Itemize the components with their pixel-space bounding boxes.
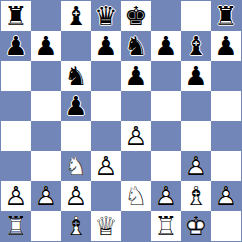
square-b2[interactable]: ♟♙: [31, 181, 61, 211]
square-h1[interactable]: [211, 211, 241, 241]
white-rook-a1: ♜♖: [1, 211, 31, 241]
square-g8[interactable]: [181, 1, 211, 31]
square-c1[interactable]: ♝♗: [61, 211, 91, 241]
white-pawn-f2: ♟♙: [151, 181, 181, 211]
square-c7[interactable]: [61, 31, 91, 61]
square-e7[interactable]: ♞: [121, 31, 151, 61]
square-h3[interactable]: [211, 151, 241, 181]
white-bishop-g2: ♝♗: [181, 181, 211, 211]
black-rook-a8: ♜: [1, 1, 31, 31]
square-f7[interactable]: ♟: [151, 31, 181, 61]
white-pawn-b2: ♟♙: [31, 181, 61, 211]
square-g1[interactable]: ♚♔: [181, 211, 211, 241]
square-d3[interactable]: ♟♙: [91, 151, 121, 181]
black-bishop-g7: ♝: [181, 31, 211, 61]
white-knight-e2: ♞♘: [121, 181, 151, 211]
square-d2[interactable]: [91, 181, 121, 211]
square-e3[interactable]: [121, 151, 151, 181]
black-pawn-g6: ♟: [181, 61, 211, 91]
square-c5[interactable]: ♟: [61, 91, 91, 121]
white-pawn-a2: ♟♙: [1, 181, 31, 211]
square-a6[interactable]: [1, 61, 31, 91]
square-e5[interactable]: [121, 91, 151, 121]
square-e6[interactable]: ♟: [121, 61, 151, 91]
black-pawn-e6: ♟: [121, 61, 151, 91]
square-c4[interactable]: [61, 121, 91, 151]
square-h7[interactable]: ♟: [211, 31, 241, 61]
square-c3[interactable]: ♞♘: [61, 151, 91, 181]
square-e2[interactable]: ♞♘: [121, 181, 151, 211]
square-h8[interactable]: ♜: [211, 1, 241, 31]
white-pawn-h2: ♟♙: [211, 181, 241, 211]
square-g7[interactable]: ♝: [181, 31, 211, 61]
square-e4[interactable]: ♟♙: [121, 121, 151, 151]
white-pawn-c2: ♟♙: [61, 181, 91, 211]
black-king-e8: ♚: [121, 1, 151, 31]
white-queen-d1: ♛♕: [91, 211, 121, 241]
square-a5[interactable]: [1, 91, 31, 121]
square-f3[interactable]: [151, 151, 181, 181]
black-rook-h8: ♜: [211, 1, 241, 31]
white-king-g1: ♚♔: [181, 211, 211, 241]
black-pawn-h7: ♟: [211, 31, 241, 61]
black-pawn-f7: ♟: [151, 31, 181, 61]
square-g4[interactable]: [181, 121, 211, 151]
square-a1[interactable]: ♜♖: [1, 211, 31, 241]
black-knight-c6: ♞: [61, 61, 91, 91]
square-c8[interactable]: ♝: [61, 1, 91, 31]
square-f2[interactable]: ♟♙: [151, 181, 181, 211]
white-bishop-c1: ♝♗: [61, 211, 91, 241]
square-e8[interactable]: ♚: [121, 1, 151, 31]
square-b5[interactable]: [31, 91, 61, 121]
square-f6[interactable]: [151, 61, 181, 91]
black-pawn-c5: ♟: [61, 91, 91, 121]
square-h5[interactable]: [211, 91, 241, 121]
white-pawn-d3: ♟♙: [91, 151, 121, 181]
white-knight-c3: ♞♘: [61, 151, 91, 181]
square-h6[interactable]: [211, 61, 241, 91]
square-a2[interactable]: ♟♙: [1, 181, 31, 211]
square-g6[interactable]: ♟: [181, 61, 211, 91]
square-g5[interactable]: [181, 91, 211, 121]
square-d7[interactable]: ♟: [91, 31, 121, 61]
square-c2[interactable]: ♟♙: [61, 181, 91, 211]
square-f4[interactable]: [151, 121, 181, 151]
square-c6[interactable]: ♞: [61, 61, 91, 91]
square-h2[interactable]: ♟♙: [211, 181, 241, 211]
square-b8[interactable]: [31, 1, 61, 31]
black-queen-d8: ♛: [91, 1, 121, 31]
square-d4[interactable]: [91, 121, 121, 151]
square-d8[interactable]: ♛: [91, 1, 121, 31]
chess-board: ♜♝♛♚♜♟♟♟♞♟♝♟♞♟♟♟♟♙♞♘♟♙♟♙♟♙♟♙♟♙♞♘♟♙♝♗♟♙♜♖…: [0, 0, 242, 242]
black-pawn-d7: ♟: [91, 31, 121, 61]
square-b4[interactable]: [31, 121, 61, 151]
black-bishop-c8: ♝: [61, 1, 91, 31]
square-b3[interactable]: [31, 151, 61, 181]
white-rook-f1: ♜♖: [151, 211, 181, 241]
square-a4[interactable]: [1, 121, 31, 151]
black-pawn-b7: ♟: [31, 31, 61, 61]
square-a7[interactable]: ♟: [1, 31, 31, 61]
square-b1[interactable]: [31, 211, 61, 241]
square-f5[interactable]: [151, 91, 181, 121]
white-pawn-g3: ♟♙: [181, 151, 211, 181]
square-f8[interactable]: [151, 1, 181, 31]
square-b6[interactable]: [31, 61, 61, 91]
square-e1[interactable]: [121, 211, 151, 241]
square-a8[interactable]: ♜: [1, 1, 31, 31]
square-h4[interactable]: [211, 121, 241, 151]
square-g3[interactable]: ♟♙: [181, 151, 211, 181]
square-d6[interactable]: [91, 61, 121, 91]
square-d5[interactable]: [91, 91, 121, 121]
black-knight-e7: ♞: [121, 31, 151, 61]
black-pawn-a7: ♟: [1, 31, 31, 61]
square-b7[interactable]: ♟: [31, 31, 61, 61]
square-a3[interactable]: [1, 151, 31, 181]
square-g2[interactable]: ♝♗: [181, 181, 211, 211]
square-f1[interactable]: ♜♖: [151, 211, 181, 241]
white-pawn-e4: ♟♙: [121, 121, 151, 151]
square-d1[interactable]: ♛♕: [91, 211, 121, 241]
